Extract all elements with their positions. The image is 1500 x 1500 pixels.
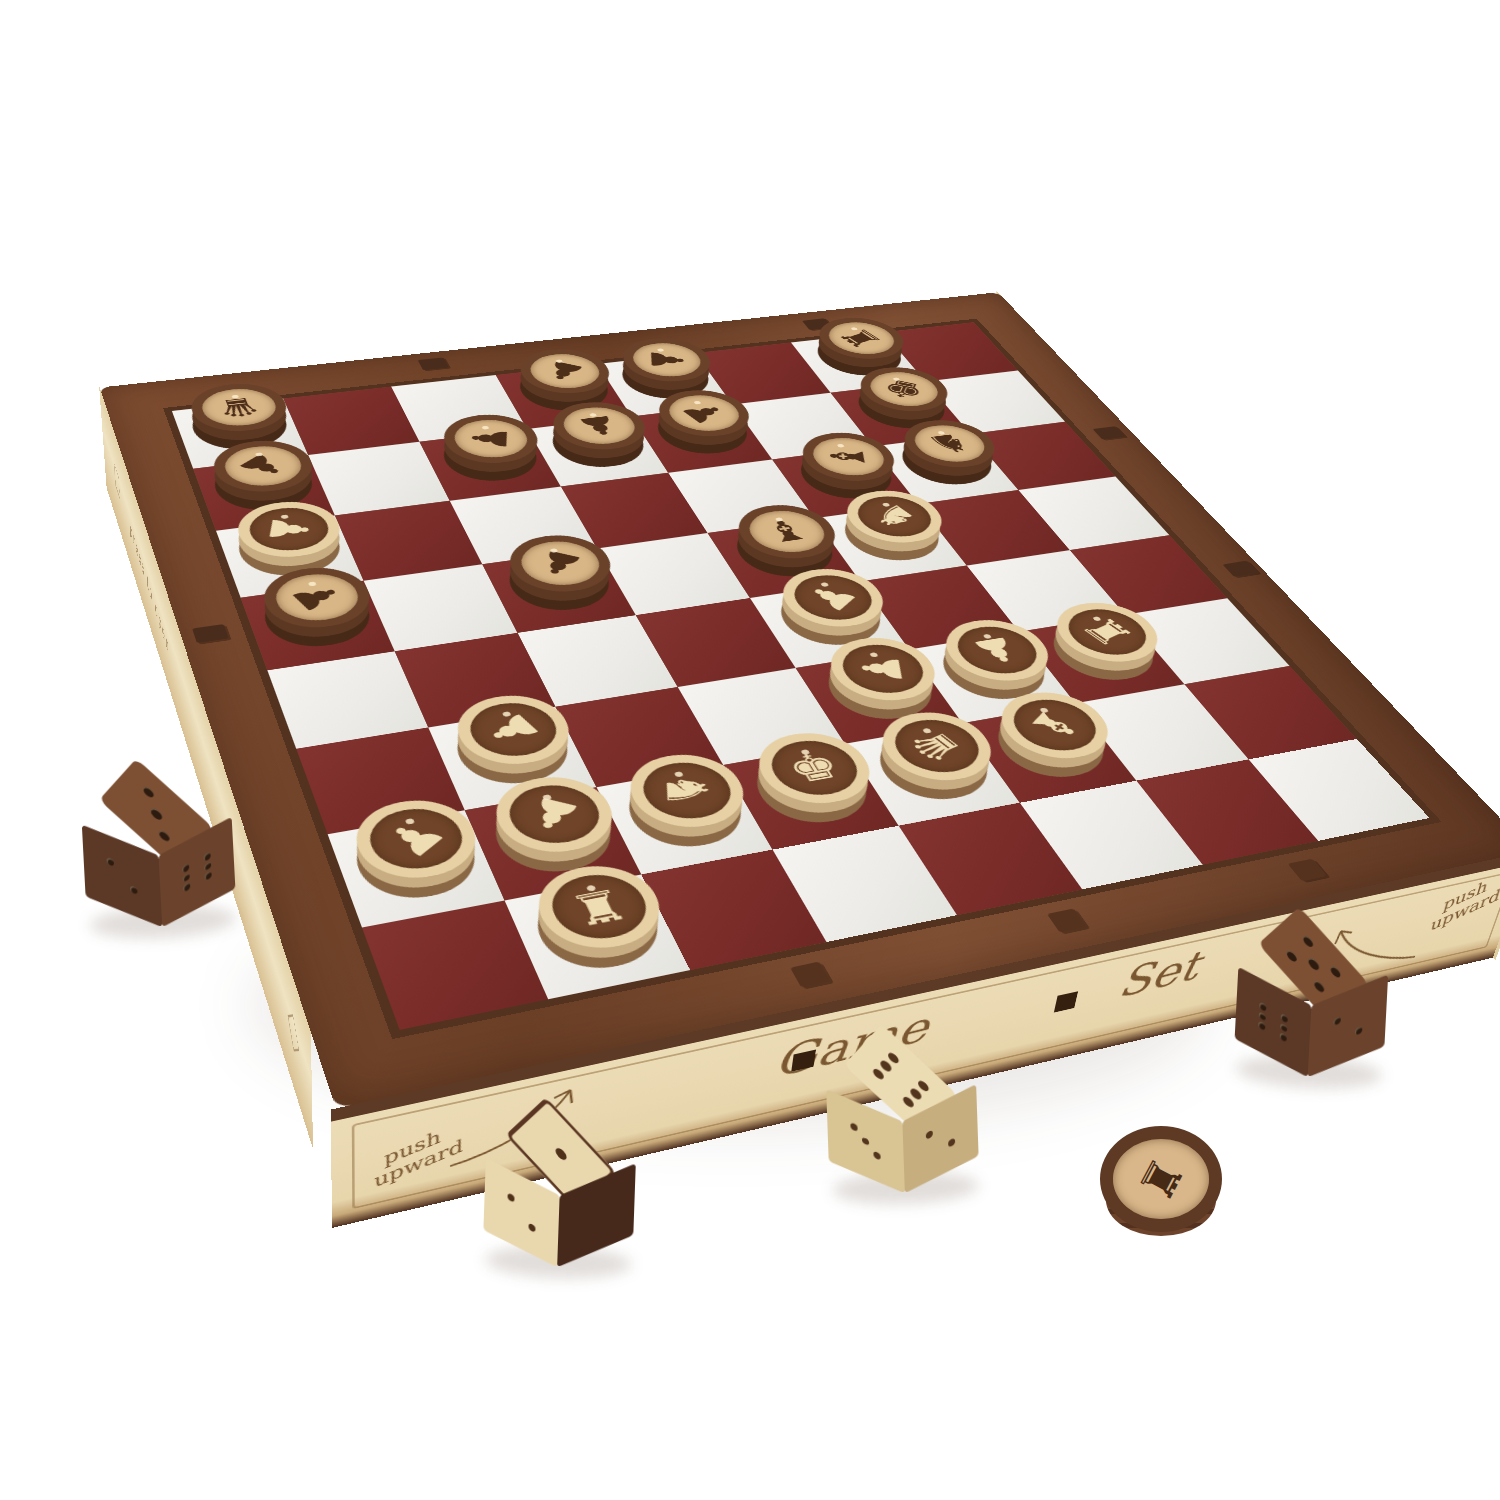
bishop-glyph: ♝: [1019, 703, 1089, 747]
die-face-cell: [947, 1128, 954, 1138]
die-face-cell: [582, 1215, 590, 1225]
die-pip: [528, 1223, 535, 1233]
pawn-glyph: ♟: [281, 578, 352, 617]
piece-dark-pawn-a5[interactable]: ♟: [255, 589, 380, 661]
piece-light-rook-g3[interactable]: ♜: [1035, 623, 1169, 695]
die-face-cell: [529, 1203, 536, 1213]
bishop-glyph: ♝: [757, 515, 816, 547]
king-glyph: ♚: [780, 746, 848, 788]
die-3-light[interactable]: [817, 1023, 987, 1199]
die-face-cell: [937, 1134, 944, 1144]
die-pip: [204, 871, 211, 881]
die-face-cell: [604, 1196, 612, 1206]
side-press-to-open-label: press to open: [129, 514, 170, 661]
engraved-square-icon: [114, 462, 120, 500]
pawn-glyph: ♟: [644, 349, 689, 371]
bishop-glyph: ♝: [823, 444, 873, 468]
die-pip: [508, 1192, 515, 1202]
photo-stage: ♛♟♟♜♟♟♟♟♚♟♝♞♟♟♝♞♟♟♟♟♜♟♟♞♚♛♝♜ Game Set pu…: [0, 0, 1500, 1500]
pawn-glyph: ♟: [466, 426, 515, 450]
die-pip: [1279, 1032, 1286, 1042]
pawn-glyph: ♟: [475, 707, 550, 752]
die-face-cell: [518, 1198, 525, 1208]
engraved-diamond-icon: [288, 1014, 300, 1051]
die-face-cell: [603, 1216, 611, 1226]
die-face-cell: [861, 1127, 869, 1137]
die-face-cell: [518, 1207, 525, 1217]
die-face-cell: [872, 1131, 880, 1141]
pawn-glyph: ♟: [854, 653, 911, 683]
rook-glyph: ♜: [832, 325, 889, 352]
die-pip: [948, 1138, 955, 1148]
piece-light-knight-f5[interactable]: ♞: [829, 511, 952, 574]
rail-clasp: [192, 624, 229, 643]
die-face-cell: [118, 871, 126, 881]
die-2-mixed[interactable]: [475, 1097, 645, 1273]
piece-light-bishop-f2[interactable]: ♝: [979, 712, 1120, 793]
pawn-glyph: ♟: [375, 812, 456, 864]
piece-light-pawn-a2[interactable]: ♟: [344, 821, 487, 916]
die-face-cell: [851, 1132, 859, 1142]
die-face-cell: [937, 1143, 944, 1153]
loose-piece-glyph: ♜: [1131, 1150, 1191, 1208]
knight-glyph: ♞: [657, 773, 716, 808]
die-face-cell: [926, 1139, 933, 1149]
die-pip: [183, 882, 190, 892]
die-pip: [850, 1122, 858, 1132]
piece-light-king-d2[interactable]: ♚: [740, 753, 882, 839]
die-pip: [182, 863, 189, 873]
pawn-glyph: ♟: [229, 449, 296, 483]
pawn-glyph: ♟: [530, 545, 589, 581]
die-face-cell: [873, 1141, 881, 1151]
die-face-cell: [947, 1118, 954, 1128]
knight-glyph: ♞: [921, 429, 977, 457]
die-pip: [1280, 1022, 1287, 1032]
pawn-glyph: ♟: [538, 357, 590, 385]
die-pip: [107, 857, 115, 867]
die-face-cell: [193, 857, 200, 867]
rook-glyph: ♜: [563, 881, 634, 931]
die-pip: [1258, 1021, 1265, 1031]
die-face-cell: [592, 1220, 600, 1230]
piece-dark-pawn-e7[interactable]: ♟: [645, 411, 759, 466]
rook-glyph: ♜: [1073, 612, 1141, 651]
die-face-cell: [1344, 1021, 1352, 1031]
die-pip: [204, 861, 211, 871]
die-face-cell: [1333, 1026, 1341, 1036]
piece-dark-pawn-d7[interactable]: ♟: [540, 423, 654, 480]
die-face-cell: [581, 1225, 589, 1235]
die-face-cell: [507, 1212, 514, 1222]
die-face-cell: [108, 876, 116, 886]
die-face-cell: [118, 861, 126, 871]
die-pip: [1333, 1016, 1341, 1026]
pawn-glyph: ♟: [519, 790, 587, 837]
die-face-cell: [507, 1202, 514, 1212]
pawn-glyph: ♟: [673, 398, 734, 428]
rail-clasp: [1093, 426, 1126, 440]
die-pip: [1259, 1001, 1266, 1011]
die-face-cell: [129, 876, 137, 886]
piece-light-knight-c2[interactable]: ♞: [613, 775, 756, 864]
king-glyph: ♚: [880, 375, 927, 403]
knight-glyph: ♞: [862, 499, 926, 533]
pawn-glyph: ♟: [572, 411, 626, 439]
die-pip: [130, 885, 138, 895]
die-face-cell: [862, 1146, 870, 1156]
pawn-glyph: ♟: [964, 631, 1028, 668]
die-face-cell: [593, 1201, 601, 1211]
piece-dark-knight-g6[interactable]: ♞: [887, 440, 1005, 497]
rail-clasp: [418, 357, 449, 370]
die-face-cell: [851, 1142, 859, 1152]
queen-glyph: ♛: [213, 393, 265, 421]
die-face-cell: [1345, 1011, 1353, 1021]
die-4-dark[interactable]: [1226, 906, 1399, 1084]
square-a2[interactable]: ♟: [328, 810, 505, 927]
die-1-dark[interactable]: [72, 756, 245, 934]
die-pip: [873, 1151, 881, 1161]
die-face-cell: [1343, 1031, 1351, 1041]
square-e2[interactable]: ♛: [845, 723, 1020, 826]
die-pip: [1259, 1011, 1266, 1021]
die-face-cell: [604, 1206, 612, 1216]
pawn-glyph: ♟: [799, 578, 866, 617]
die-face-cell: [582, 1205, 590, 1215]
die-face-cell: [926, 1149, 933, 1159]
die-pip: [1280, 1013, 1287, 1023]
die-pip: [862, 1136, 870, 1146]
front-latch-peg[interactable]: [1288, 859, 1327, 882]
die-face-cell: [119, 881, 127, 891]
piece-light-rook-b1[interactable]: ♜: [522, 886, 672, 987]
front-latch-peg[interactable]: [1047, 908, 1087, 932]
die-face-cell: [936, 1124, 943, 1134]
die-face-cell: [528, 1213, 535, 1223]
die-face-cell: [193, 867, 200, 877]
die-face-cell: [593, 1210, 601, 1220]
die-face-cell: [1269, 1027, 1276, 1037]
queen-glyph: ♛: [899, 723, 973, 768]
die-face-cell: [1355, 1017, 1363, 1027]
die-face-cell: [517, 1217, 524, 1227]
die-pip: [203, 851, 210, 861]
die-face-cell: [1270, 1007, 1277, 1017]
rail-clasp: [1222, 561, 1258, 577]
front-latch-peg[interactable]: [790, 962, 830, 988]
loose-piece-dark-rook[interactable]: ♜: [1100, 1126, 1222, 1244]
die-pip: [926, 1129, 933, 1139]
die-face-cell: [1332, 1035, 1340, 1045]
die-face-cell: [1356, 1007, 1364, 1017]
die-face-cell: [107, 867, 115, 877]
piece-dark-pawn-c7[interactable]: ♟: [433, 435, 547, 493]
die-face-cell: [194, 877, 201, 887]
die-face-cell: [1269, 1017, 1276, 1027]
die-face-cell: [129, 866, 137, 876]
pawn-glyph: ♟: [260, 515, 316, 542]
piece-dark-pawn-c5[interactable]: ♟: [497, 556, 621, 624]
loose-piece-top: ♜: [1100, 1126, 1222, 1232]
die-pip: [1355, 1026, 1363, 1036]
die-pip: [183, 872, 190, 882]
